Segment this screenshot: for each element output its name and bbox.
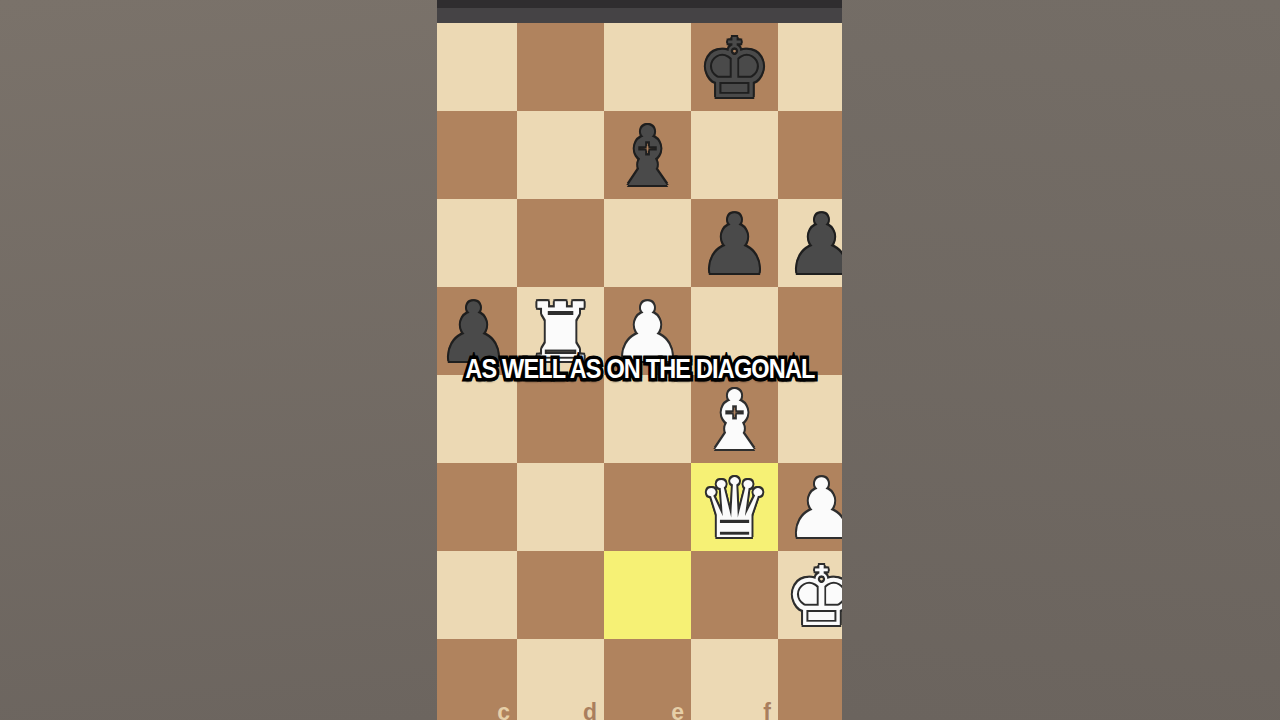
square-c1[interactable]: c [437, 639, 517, 720]
square-d3[interactable] [517, 463, 604, 551]
square-c4[interactable] [437, 375, 517, 463]
file-label-c: c [497, 701, 510, 720]
left-letterbox-blur [0, 0, 437, 720]
black-pawn[interactable]: ♟ [698, 197, 772, 289]
square-c6[interactable] [437, 199, 517, 287]
square-e7[interactable]: ♝ [604, 111, 691, 199]
square-f1[interactable]: f [691, 639, 778, 720]
square-f4[interactable]: ♝ [691, 375, 778, 463]
white-pawn[interactable]: ♟ [611, 285, 685, 377]
top-bar-lower [437, 8, 842, 23]
square-e6[interactable] [604, 199, 691, 287]
chess-board[interactable]: ♚♝♟♟♟♜♟♝♛♟♚cdef [437, 23, 842, 720]
square-g7[interactable] [778, 111, 842, 199]
square-d2[interactable] [517, 551, 604, 639]
square-d7[interactable] [517, 111, 604, 199]
square-f5[interactable] [691, 287, 778, 375]
square-e5[interactable]: ♟ [604, 287, 691, 375]
square-d5[interactable]: ♜ [517, 287, 604, 375]
square-c7[interactable] [437, 111, 517, 199]
white-bishop[interactable]: ♝ [698, 373, 772, 465]
square-f7[interactable] [691, 111, 778, 199]
square-f6[interactable]: ♟ [691, 199, 778, 287]
square-d1[interactable]: d [517, 639, 604, 720]
square-f3[interactable]: ♛ [691, 463, 778, 551]
square-g1[interactable] [778, 639, 842, 720]
file-label-d: d [583, 701, 597, 720]
square-g8[interactable] [778, 23, 842, 111]
square-f2[interactable] [691, 551, 778, 639]
square-e1[interactable]: e [604, 639, 691, 720]
square-g6[interactable]: ♟ [778, 199, 842, 287]
file-label-f: f [763, 701, 771, 720]
square-g2[interactable]: ♚ [778, 551, 842, 639]
black-bishop[interactable]: ♝ [611, 109, 685, 201]
square-d6[interactable] [517, 199, 604, 287]
white-pawn[interactable]: ♟ [785, 461, 842, 553]
square-g3[interactable]: ♟ [778, 463, 842, 551]
black-king[interactable]: ♚ [698, 21, 772, 113]
square-g4[interactable] [778, 375, 842, 463]
file-label-e: e [671, 701, 684, 720]
square-d8[interactable] [517, 23, 604, 111]
square-c3[interactable] [437, 463, 517, 551]
square-e8[interactable] [604, 23, 691, 111]
square-e4[interactable] [604, 375, 691, 463]
square-g5[interactable] [778, 287, 842, 375]
right-letterbox-blur [842, 0, 1280, 720]
black-pawn[interactable]: ♟ [785, 197, 842, 289]
black-pawn[interactable]: ♟ [437, 285, 510, 377]
video-frame: ♚♝♟♟♟♜♟♝♛♟♚cdef AS WELL AS ON THE DIAGON… [0, 0, 1280, 720]
square-f8[interactable]: ♚ [691, 23, 778, 111]
square-c8[interactable] [437, 23, 517, 111]
square-d4[interactable] [517, 375, 604, 463]
white-queen[interactable]: ♛ [698, 461, 772, 553]
square-e2[interactable] [604, 551, 691, 639]
board-viewport: ♚♝♟♟♟♜♟♝♛♟♚cdef [437, 0, 842, 720]
white-rook[interactable]: ♜ [524, 285, 598, 377]
white-king[interactable]: ♚ [785, 549, 842, 641]
square-c2[interactable] [437, 551, 517, 639]
square-c5[interactable]: ♟ [437, 287, 517, 375]
square-e3[interactable] [604, 463, 691, 551]
top-bar-upper [437, 0, 842, 8]
